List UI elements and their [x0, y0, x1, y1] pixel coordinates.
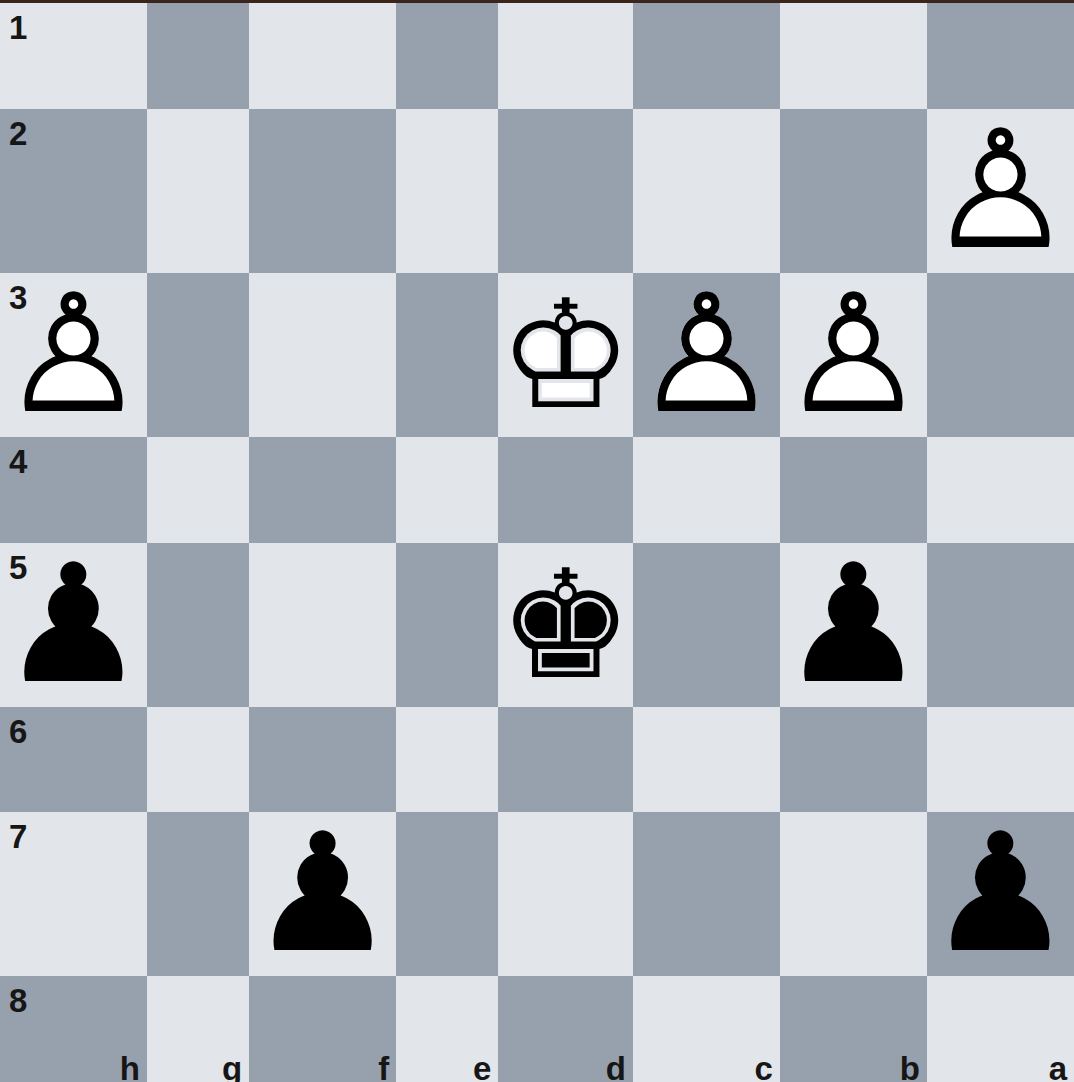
- square-a7[interactable]: ♟: [927, 812, 1074, 976]
- square-a5[interactable]: [927, 543, 1074, 707]
- white-pawn-b3[interactable]: ♟♙: [780, 273, 927, 437]
- square-a1[interactable]: [927, 3, 1074, 109]
- square-a8[interactable]: a: [927, 976, 1074, 1082]
- white-pawn-a2-outline-glyph: ♙: [927, 109, 1074, 273]
- square-a4[interactable]: [927, 437, 1074, 543]
- square-f4[interactable]: [249, 437, 396, 543]
- black-pawn-a7[interactable]: ♟: [927, 812, 1074, 976]
- square-e3[interactable]: [396, 273, 498, 437]
- square-c2[interactable]: [633, 109, 780, 273]
- rank-label-1: 1: [9, 11, 27, 44]
- square-c1[interactable]: [633, 3, 780, 109]
- square-b3[interactable]: ♟♙: [780, 273, 927, 437]
- square-d1[interactable]: [498, 3, 632, 109]
- square-h1[interactable]: 1: [0, 3, 147, 109]
- square-c6[interactable]: [633, 707, 780, 813]
- square-f3[interactable]: [249, 273, 396, 437]
- white-pawn-a2[interactable]: ♟♙: [927, 109, 1074, 273]
- file-label-f: f: [378, 1052, 389, 1082]
- chess-board: 12♟♙3♟♙♚♔♟♙♟♙45♟♚♟67♟♟8hgfedcba: [0, 3, 1074, 1082]
- square-c8[interactable]: c: [633, 976, 780, 1082]
- black-pawn-f7[interactable]: ♟: [249, 812, 396, 976]
- square-e1[interactable]: [396, 3, 498, 109]
- square-b8[interactable]: b: [780, 976, 927, 1082]
- white-pawn-h3[interactable]: ♟♙: [0, 273, 147, 437]
- square-c3[interactable]: ♟♙: [633, 273, 780, 437]
- rank-label-7: 7: [9, 820, 27, 853]
- square-d4[interactable]: [498, 437, 632, 543]
- square-f2[interactable]: [249, 109, 396, 273]
- white-pawn-c3-outline-glyph: ♙: [633, 273, 780, 437]
- square-g4[interactable]: [147, 437, 249, 543]
- square-a6[interactable]: [927, 707, 1074, 813]
- square-d8[interactable]: d: [498, 976, 632, 1082]
- square-d5[interactable]: ♚: [498, 543, 632, 707]
- file-label-g: g: [222, 1052, 242, 1082]
- white-pawn-c3[interactable]: ♟♙: [633, 273, 780, 437]
- square-a3[interactable]: [927, 273, 1074, 437]
- square-g2[interactable]: [147, 109, 249, 273]
- rank-label-8: 8: [9, 984, 27, 1017]
- square-g5[interactable]: [147, 543, 249, 707]
- square-h8[interactable]: 8h: [0, 976, 147, 1082]
- square-b4[interactable]: [780, 437, 927, 543]
- square-h2[interactable]: 2: [0, 109, 147, 273]
- square-g6[interactable]: [147, 707, 249, 813]
- file-label-e: e: [473, 1052, 491, 1082]
- square-h5[interactable]: 5♟: [0, 543, 147, 707]
- black-pawn-h5[interactable]: ♟: [0, 543, 147, 707]
- square-d3[interactable]: ♚♔: [498, 273, 632, 437]
- square-b7[interactable]: [780, 812, 927, 976]
- chess-diagram-screen: 12♟♙3♟♙♚♔♟♙♟♙45♟♚♟67♟♟8hgfedcba: [0, 0, 1074, 1082]
- square-b5[interactable]: ♟: [780, 543, 927, 707]
- square-c7[interactable]: [633, 812, 780, 976]
- square-a2[interactable]: ♟♙: [927, 109, 1074, 273]
- square-g3[interactable]: [147, 273, 249, 437]
- file-label-a: a: [1049, 1052, 1067, 1082]
- square-e2[interactable]: [396, 109, 498, 273]
- square-g1[interactable]: [147, 3, 249, 109]
- square-e6[interactable]: [396, 707, 498, 813]
- rank-label-2: 2: [9, 117, 27, 150]
- square-h6[interactable]: 6: [0, 707, 147, 813]
- square-b6[interactable]: [780, 707, 927, 813]
- square-b1[interactable]: [780, 3, 927, 109]
- square-d7[interactable]: [498, 812, 632, 976]
- square-f6[interactable]: [249, 707, 396, 813]
- white-king-d3-outline-glyph: ♔: [498, 280, 632, 430]
- square-f5[interactable]: [249, 543, 396, 707]
- file-label-d: d: [606, 1052, 626, 1082]
- square-e4[interactable]: [396, 437, 498, 543]
- square-e5[interactable]: [396, 543, 498, 707]
- white-pawn-h3-outline-glyph: ♙: [0, 273, 147, 437]
- square-d2[interactable]: [498, 109, 632, 273]
- square-h7[interactable]: 7: [0, 812, 147, 976]
- square-f8[interactable]: f: [249, 976, 396, 1082]
- file-label-c: c: [755, 1052, 773, 1082]
- square-f7[interactable]: ♟: [249, 812, 396, 976]
- square-f1[interactable]: [249, 3, 396, 109]
- white-pawn-b3-outline-glyph: ♙: [780, 273, 927, 437]
- square-h4[interactable]: 4: [0, 437, 147, 543]
- square-b2[interactable]: [780, 109, 927, 273]
- file-label-h: h: [120, 1052, 140, 1082]
- square-d6[interactable]: [498, 707, 632, 813]
- square-c4[interactable]: [633, 437, 780, 543]
- white-king-d3[interactable]: ♚♔: [498, 280, 632, 430]
- file-label-b: b: [900, 1052, 920, 1082]
- square-e7[interactable]: [396, 812, 498, 976]
- black-king-d5[interactable]: ♚: [498, 550, 632, 700]
- square-e8[interactable]: e: [396, 976, 498, 1082]
- black-pawn-b5[interactable]: ♟: [780, 543, 927, 707]
- square-c5[interactable]: [633, 543, 780, 707]
- square-h3[interactable]: 3♟♙: [0, 273, 147, 437]
- square-g7[interactable]: [147, 812, 249, 976]
- square-g8[interactable]: g: [147, 976, 249, 1082]
